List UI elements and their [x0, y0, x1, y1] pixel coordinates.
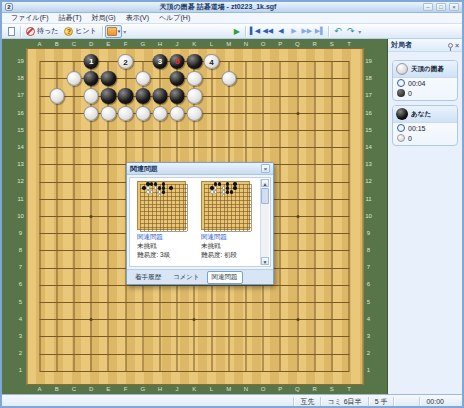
menu-file[interactable]: ファイル(F): [6, 13, 54, 23]
dialog-title-bar[interactable]: 関連問題 ×: [127, 163, 273, 175]
toolbar: 待った ? ヒント ▾ ▾ ▶ ▌◀ ◀◀ ◀ ▶ ▶▶ ▶▌ ↶ ↷ ▾: [2, 24, 462, 39]
dialog-tabs: 着手履歴 コメント 関連問題: [127, 269, 273, 284]
black-stone: [84, 71, 99, 86]
move-number: 3: [152, 54, 167, 69]
board-area: ABCDEFGHJKLMNOPQRST 19181716151413121110…: [2, 39, 388, 394]
player-name: あなた: [411, 110, 431, 119]
menu-game[interactable]: 対局(G): [87, 13, 121, 23]
star-point: [193, 318, 196, 321]
related-problems-dialog: 関連問題 × 関連問題 未挑戦 難易度: 3級 関連問題 未挑戦 難易度: 初段: [126, 162, 274, 285]
dialog-title: 関連問題: [130, 164, 158, 174]
app-icon: 2: [5, 3, 13, 11]
undo-move-label: 待った: [37, 26, 58, 36]
star-point: [296, 215, 299, 218]
player-card-black: あなた 00:15 0: [392, 105, 458, 146]
row-labels-right: 19181716151413121110987654321: [363, 48, 374, 385]
problem-status: 未挑戦: [201, 241, 253, 250]
dialog-close-button[interactable]: ×: [261, 164, 270, 173]
player-card-white: 天頂の囲碁 00:04 0: [392, 60, 458, 101]
close-button[interactable]: ×: [449, 3, 459, 11]
tab-comment[interactable]: コメント: [168, 271, 205, 284]
white-stone: [152, 106, 167, 121]
star-point: [90, 318, 93, 321]
tab-move-history[interactable]: 着手履歴: [130, 271, 166, 284]
black-stone: [101, 88, 116, 103]
problem-difficulty: 難易度: 初段: [201, 250, 253, 259]
problem-difficulty: 難易度: 3級: [137, 250, 189, 259]
star-point: [296, 112, 299, 115]
clock-icon: [397, 79, 405, 87]
capture-count: 0: [408, 135, 412, 142]
board-view-button[interactable]: ▾: [105, 25, 123, 38]
resize-grip[interactable]: [450, 396, 462, 408]
black-stone: [118, 88, 133, 103]
tab-related-problems[interactable]: 関連問題: [207, 271, 243, 284]
white-stone: [118, 106, 133, 121]
move-number: 5: [170, 54, 185, 69]
board-icon: [107, 27, 117, 36]
black-stone: [170, 71, 185, 86]
toolbar-overflow-icon[interactable]: ▾: [123, 28, 126, 35]
undo-prohibit-icon: [26, 27, 35, 36]
black-stone: 3: [152, 54, 167, 69]
move-number: 1: [84, 54, 99, 69]
pin-icon[interactable]: [448, 43, 453, 48]
white-stone: [187, 88, 202, 103]
new-problem-button[interactable]: [5, 25, 18, 38]
white-stone-icon: [396, 63, 408, 75]
white-stone: 2: [118, 54, 133, 69]
scrollbar-thumb[interactable]: [261, 188, 269, 204]
capture-count: 0: [408, 90, 412, 97]
black-stone: 5: [170, 54, 185, 69]
toolbar-overflow-icon[interactable]: ▾: [358, 28, 361, 35]
black-stone: 1: [84, 54, 99, 69]
maximize-button[interactable]: □: [436, 3, 446, 11]
white-stone: [135, 106, 150, 121]
title-bar: 2 天頂の囲碁 詰碁道場 - zt0223_1k.sgf – □ ×: [2, 2, 462, 13]
white-stone: [84, 106, 99, 121]
captured-stone-icon: [397, 89, 405, 97]
undo-move-button[interactable]: 待った: [23, 25, 61, 38]
toolbar-separator: [328, 26, 329, 37]
white-stone: [221, 71, 236, 86]
dropdown-arrow-icon: ▾: [118, 28, 121, 34]
minimize-button[interactable]: –: [423, 3, 433, 11]
white-stone: [84, 88, 99, 103]
players-panel: 対局者 × 天頂の囲碁 00:04 0: [388, 39, 462, 394]
black-stone-icon: [396, 108, 408, 120]
main-area: ABCDEFGHJKLMNOPQRST 19181716151413121110…: [2, 39, 462, 394]
question-icon: ?: [64, 27, 73, 36]
first-move-button[interactable]: ▌◀: [248, 25, 261, 37]
fast-back-button[interactable]: ◀◀: [261, 25, 274, 37]
move-number: 2: [119, 55, 132, 68]
status-bar: 互先 コミ 6目半 5 手 00:00: [2, 394, 462, 408]
scroll-up-icon[interactable]: ▲: [261, 179, 269, 187]
row-labels-left: 19181716151413121110987654321: [15, 48, 26, 385]
players-panel-header: 対局者 ×: [388, 39, 462, 52]
navigation-toolbar: ▶ ▌◀ ◀◀ ◀ ▶ ▶▶ ▶▌ ↶ ↷ ▾: [230, 25, 361, 37]
black-stone: [152, 88, 167, 103]
dialog-body: 関連問題 未挑戦 難易度: 3級 関連問題 未挑戦 難易度: 初段 ▲ ▼: [129, 177, 271, 267]
menu-view[interactable]: 表示(V): [121, 13, 154, 23]
star-point: [90, 215, 93, 218]
column-labels-top: ABCDEFGHJKLMNOPQRST: [15, 40, 374, 48]
move-number: 4: [205, 55, 218, 68]
next-move-button[interactable]: ▶: [287, 25, 300, 37]
move-count-status: 5 手: [368, 397, 394, 407]
white-stone: 4: [204, 54, 219, 69]
star-point: [296, 318, 299, 321]
white-stone: [187, 71, 202, 86]
white-stone: [49, 88, 64, 103]
redo-arrow-button[interactable]: ↷: [344, 25, 357, 37]
black-stone: [170, 88, 185, 103]
captured-stone-icon: [397, 134, 405, 142]
menu-help[interactable]: ヘルプ(H): [154, 13, 195, 23]
related-problem-item: 関連問題 未挑戦 難易度: 3級: [137, 181, 189, 264]
white-stone: [187, 106, 202, 121]
panel-close-icon[interactable]: ×: [455, 42, 459, 49]
black-stone: [135, 88, 150, 103]
dialog-scrollbar[interactable]: ▲ ▼: [260, 179, 269, 265]
player-time: 00:04: [408, 80, 426, 87]
white-stone: [170, 106, 185, 121]
problem-link[interactable]: 関連問題: [137, 232, 189, 241]
white-stone: [101, 106, 116, 121]
toolbar-separator: [102, 26, 103, 37]
problem-thumbnail[interactable]: [201, 181, 250, 230]
related-problem-item: 関連問題 未挑戦 難易度: 初段: [201, 181, 253, 264]
last-move-button[interactable]: ▶▌: [313, 25, 326, 37]
player-name: 天頂の囲碁: [411, 65, 444, 74]
fast-forward-button[interactable]: ▶▶: [300, 25, 313, 37]
clock-icon: [397, 124, 405, 132]
hint-button[interactable]: ? ヒント: [61, 25, 100, 38]
hint-label: ヒント: [75, 26, 97, 36]
window-title: 天頂の囲碁 詰碁道場 - zt0223_1k.sgf: [16, 2, 420, 12]
white-stone: [66, 71, 81, 86]
player-time: 00:15: [408, 125, 426, 132]
problem-thumbnail[interactable]: [137, 181, 186, 230]
play-button[interactable]: ▶: [230, 25, 243, 37]
black-stone: [101, 71, 116, 86]
menu-tsumego[interactable]: 詰碁(T): [54, 13, 87, 23]
app-window: 2 天頂の囲碁 詰碁道場 - zt0223_1k.sgf – □ × ファイル(…: [0, 0, 464, 408]
black-stone: [187, 54, 202, 69]
undo-arrow-button[interactable]: ↶: [331, 25, 344, 37]
toolbar-separator: [245, 26, 246, 37]
problem-status: 未挑戦: [137, 241, 189, 250]
problem-link[interactable]: 関連問題: [201, 232, 253, 241]
time-status: 00:00: [419, 397, 450, 407]
menu-bar: ファイル(F) 詰碁(T) 対局(G) 表示(V) ヘルプ(H): [2, 13, 462, 24]
scroll-down-icon[interactable]: ▼: [261, 257, 269, 265]
handicap-status: 互先: [293, 397, 320, 407]
prev-move-button[interactable]: ◀: [274, 25, 287, 37]
column-labels-bottom: ABCDEFGHJKLMNOPQRST: [15, 385, 374, 393]
players-panel-title: 対局者: [391, 40, 412, 50]
komi-status: コミ 6目半: [320, 397, 367, 407]
document-icon: [8, 27, 15, 36]
toolbar-separator: [20, 26, 21, 37]
white-stone: [135, 71, 150, 86]
